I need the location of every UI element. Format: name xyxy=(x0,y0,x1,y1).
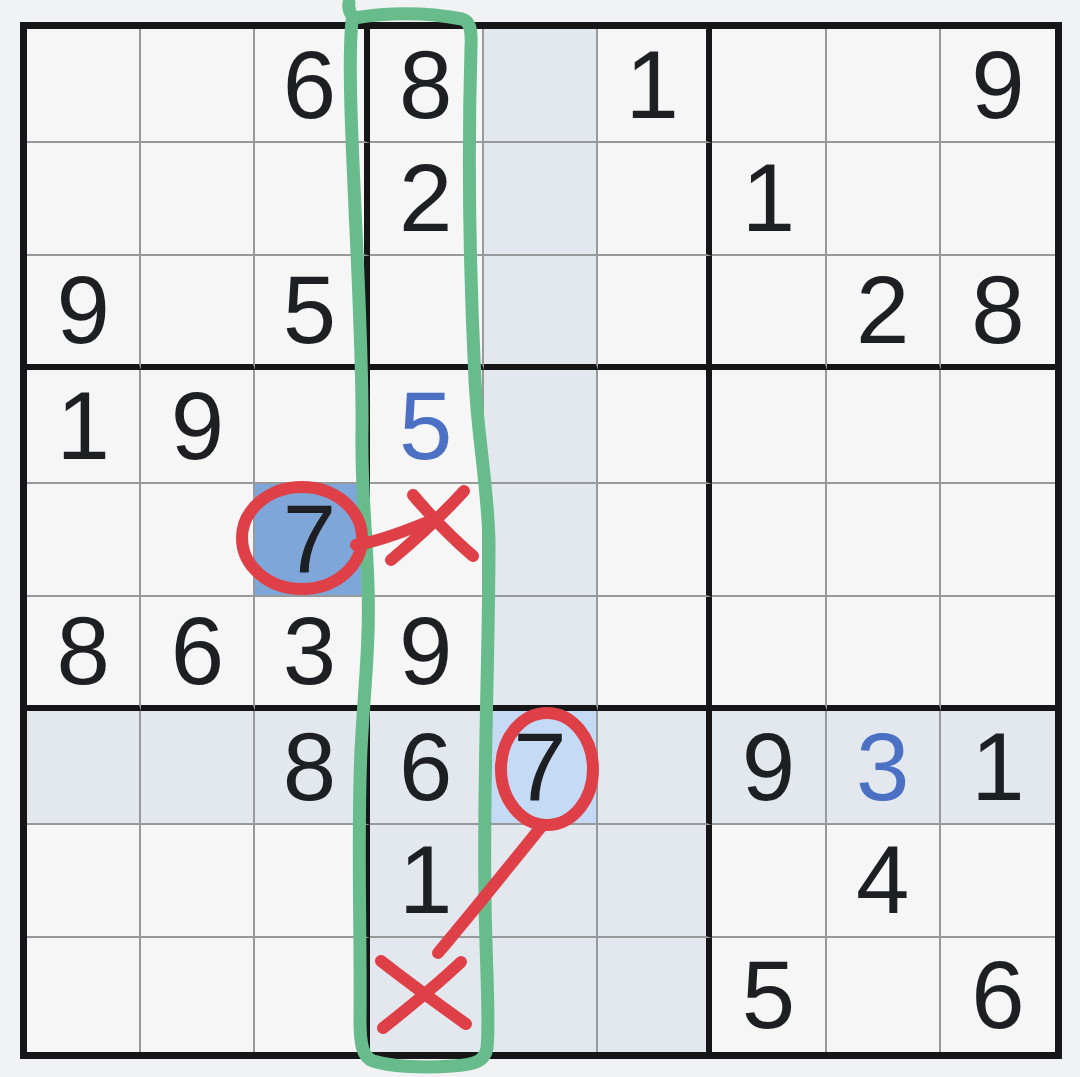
cell-r1c8[interactable] xyxy=(827,29,941,143)
cell-r9c2[interactable] xyxy=(141,938,255,1052)
cell-r6c4[interactable]: 9 xyxy=(370,597,484,711)
cell-r1c5[interactable] xyxy=(484,29,598,143)
cell-r1c1[interactable] xyxy=(27,29,141,143)
cell-r9c8[interactable] xyxy=(827,938,941,1052)
cell-r4c4[interactable]: 5 xyxy=(370,370,484,484)
cell-r4c7[interactable] xyxy=(712,370,826,484)
cell-r5c8[interactable] xyxy=(827,484,941,598)
cell-r2c6[interactable] xyxy=(598,143,712,257)
cell-r9c1[interactable] xyxy=(27,938,141,1052)
cell-r5c3[interactable]: 7 xyxy=(255,484,369,598)
sudoku-board: 6819219528195786398679311456 xyxy=(20,22,1062,1059)
cell-r1c4[interactable]: 8 xyxy=(370,29,484,143)
cell-r5c4[interactable] xyxy=(370,484,484,598)
cell-r1c6[interactable]: 1 xyxy=(598,29,712,143)
cell-r5c5[interactable] xyxy=(484,484,598,598)
cell-r6c5[interactable] xyxy=(484,597,598,711)
cell-r7c5[interactable]: 7 xyxy=(484,711,598,825)
cell-r9c5[interactable] xyxy=(484,938,598,1052)
cell-r6c2[interactable]: 6 xyxy=(141,597,255,711)
cell-r5c1[interactable] xyxy=(27,484,141,598)
cell-r8c4[interactable]: 1 xyxy=(370,825,484,939)
cell-r6c7[interactable] xyxy=(712,597,826,711)
cell-r2c8[interactable] xyxy=(827,143,941,257)
cell-r9c3[interactable] xyxy=(255,938,369,1052)
cell-r8c1[interactable] xyxy=(27,825,141,939)
cell-r7c8[interactable]: 3 xyxy=(827,711,941,825)
cell-r6c8[interactable] xyxy=(827,597,941,711)
cell-r6c9[interactable] xyxy=(941,597,1055,711)
cell-r7c3[interactable]: 8 xyxy=(255,711,369,825)
cell-r9c4[interactable] xyxy=(370,938,484,1052)
cell-r2c9[interactable] xyxy=(941,143,1055,257)
cell-r4c2[interactable]: 9 xyxy=(141,370,255,484)
cell-r3c2[interactable] xyxy=(141,256,255,370)
cell-r8c8[interactable]: 4 xyxy=(827,825,941,939)
cell-r5c9[interactable] xyxy=(941,484,1055,598)
cell-r7c6[interactable] xyxy=(598,711,712,825)
cell-r7c9[interactable]: 1 xyxy=(941,711,1055,825)
cell-r2c4[interactable]: 2 xyxy=(370,143,484,257)
cell-r1c9[interactable]: 9 xyxy=(941,29,1055,143)
cell-r2c7[interactable]: 1 xyxy=(712,143,826,257)
cell-r4c9[interactable] xyxy=(941,370,1055,484)
cell-r8c5[interactable] xyxy=(484,825,598,939)
cell-r3c3[interactable]: 5 xyxy=(255,256,369,370)
cell-r8c2[interactable] xyxy=(141,825,255,939)
cell-r1c7[interactable] xyxy=(712,29,826,143)
cell-r7c7[interactable]: 9 xyxy=(712,711,826,825)
cell-r7c4[interactable]: 6 xyxy=(370,711,484,825)
cell-r3c8[interactable]: 2 xyxy=(827,256,941,370)
cell-r3c4[interactable] xyxy=(370,256,484,370)
cell-r6c6[interactable] xyxy=(598,597,712,711)
cell-r9c6[interactable] xyxy=(598,938,712,1052)
cell-r4c8[interactable] xyxy=(827,370,941,484)
cell-r2c3[interactable] xyxy=(255,143,369,257)
cell-r3c6[interactable] xyxy=(598,256,712,370)
cell-r8c7[interactable] xyxy=(712,825,826,939)
cell-r4c6[interactable] xyxy=(598,370,712,484)
cell-r4c1[interactable]: 1 xyxy=(27,370,141,484)
cell-r5c6[interactable] xyxy=(598,484,712,598)
cell-r7c2[interactable] xyxy=(141,711,255,825)
cell-r9c9[interactable]: 6 xyxy=(941,938,1055,1052)
cell-r2c2[interactable] xyxy=(141,143,255,257)
cell-r6c1[interactable]: 8 xyxy=(27,597,141,711)
cell-r8c6[interactable] xyxy=(598,825,712,939)
cell-r5c7[interactable] xyxy=(712,484,826,598)
cell-r2c1[interactable] xyxy=(27,143,141,257)
cell-r9c7[interactable]: 5 xyxy=(712,938,826,1052)
cell-r8c3[interactable] xyxy=(255,825,369,939)
cell-r3c5[interactable] xyxy=(484,256,598,370)
cell-r3c7[interactable] xyxy=(712,256,826,370)
cell-r6c3[interactable]: 3 xyxy=(255,597,369,711)
cell-r3c1[interactable]: 9 xyxy=(27,256,141,370)
cell-r7c1[interactable] xyxy=(27,711,141,825)
cell-r4c3[interactable] xyxy=(255,370,369,484)
cell-r3c9[interactable]: 8 xyxy=(941,256,1055,370)
cell-r8c9[interactable] xyxy=(941,825,1055,939)
cell-r1c2[interactable] xyxy=(141,29,255,143)
cell-r2c5[interactable] xyxy=(484,143,598,257)
cell-r5c2[interactable] xyxy=(141,484,255,598)
cell-r1c3[interactable]: 6 xyxy=(255,29,369,143)
cell-r4c5[interactable] xyxy=(484,370,598,484)
